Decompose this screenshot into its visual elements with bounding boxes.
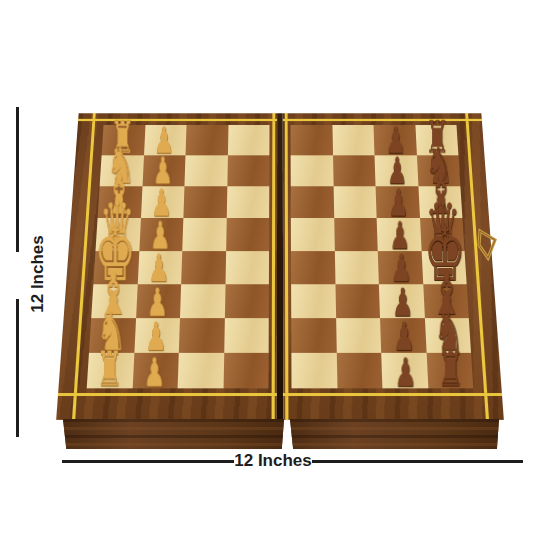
square bbox=[102, 125, 145, 155]
square bbox=[376, 187, 420, 219]
square bbox=[290, 125, 332, 155]
chess-piece-bP: ♟ bbox=[394, 352, 416, 392]
square bbox=[334, 218, 378, 250]
width-dimension-line bbox=[312, 460, 523, 463]
chess-piece-wR: ♜ bbox=[96, 345, 123, 393]
square bbox=[333, 187, 376, 219]
inlay-line bbox=[78, 119, 277, 121]
square bbox=[333, 155, 376, 186]
square bbox=[332, 125, 375, 155]
square bbox=[227, 155, 270, 186]
square bbox=[144, 125, 187, 155]
square bbox=[373, 125, 416, 155]
square bbox=[182, 218, 226, 250]
square bbox=[415, 125, 458, 155]
chessboard-scene: ♜♟♟♜♞♟♟♞♝♟♟♝♛♟♟♛♚♟♟♚♝♟♟♝♞♟♟♞♜♟♟♜ bbox=[68, 82, 492, 435]
square bbox=[226, 218, 270, 250]
chess-piece-bR: ♜ bbox=[437, 345, 464, 393]
square bbox=[140, 187, 184, 219]
chess-piece-wP: ♟ bbox=[144, 352, 166, 392]
square bbox=[184, 155, 227, 186]
inlay-line bbox=[283, 119, 482, 121]
front-panel-left bbox=[63, 419, 284, 449]
chess-board: ♜♟♟♜♞♟♟♞♝♟♟♝♛♟♟♛♚♟♟♚♝♟♟♝♞♟♟♞♜♟♟♜ bbox=[56, 113, 504, 420]
height-dimension-label: 12 Inches bbox=[27, 209, 49, 339]
square bbox=[291, 155, 334, 186]
product-photo: 12 Inches 12 Inches ♜♟♟♜♞♟♟♞♝♟♟♝♛♟♟♛♚♟♟♚… bbox=[0, 0, 540, 540]
front-panel-right bbox=[290, 419, 499, 449]
square bbox=[227, 125, 269, 155]
square bbox=[142, 155, 185, 186]
square bbox=[291, 218, 335, 250]
height-dimension-line bbox=[16, 299, 19, 437]
square bbox=[291, 187, 334, 219]
height-dimension-line bbox=[16, 107, 19, 252]
width-dimension-label: 12 Inches bbox=[208, 450, 338, 472]
brass-latch-icon bbox=[476, 227, 500, 263]
square bbox=[183, 187, 226, 219]
square bbox=[100, 155, 144, 186]
square bbox=[226, 187, 269, 219]
square bbox=[416, 155, 460, 186]
square bbox=[375, 155, 418, 186]
square bbox=[185, 125, 228, 155]
